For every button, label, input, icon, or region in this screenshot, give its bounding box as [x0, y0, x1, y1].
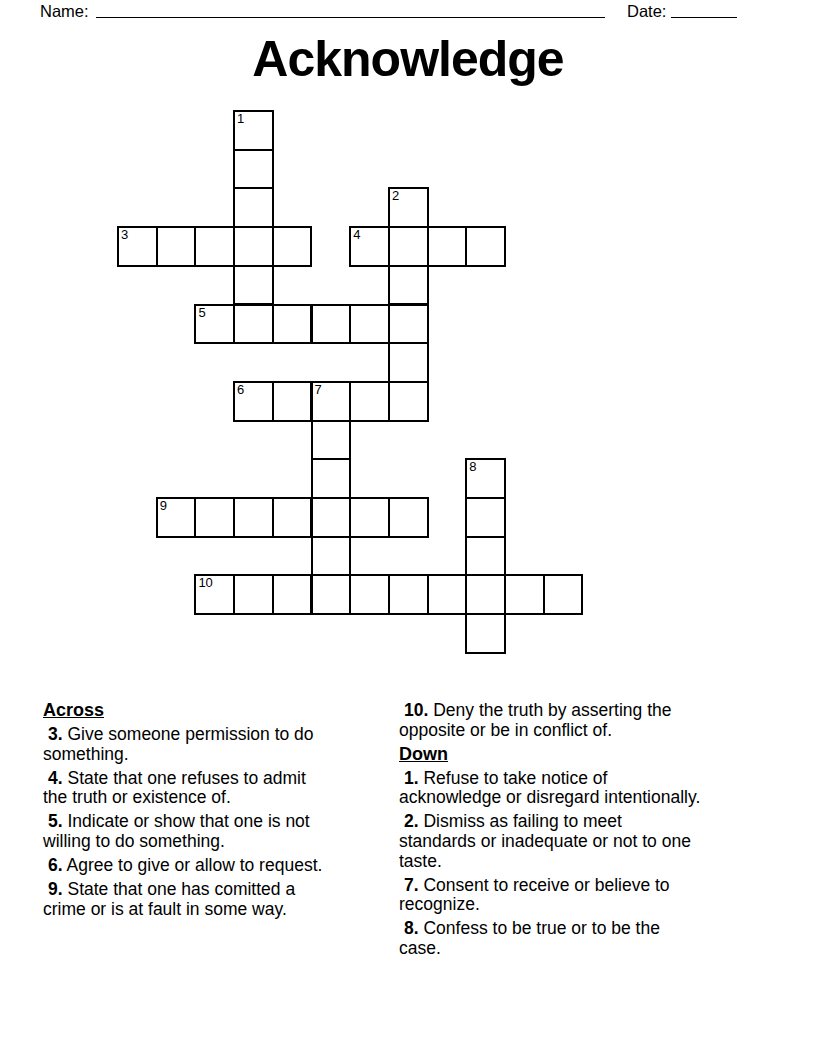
across-clue-4: 4. State that one refuses to admit the t…: [43, 769, 401, 808]
clue-number-10: 10: [198, 575, 212, 590]
down-clue-8-text: Confess to be true or to be the case.: [399, 918, 660, 958]
grid-cell-r3c8[interactable]: 2: [388, 187, 429, 228]
across-clue-5-text: Indicate or show that one is not willing…: [43, 811, 310, 851]
across-clue-10-number: 10.: [404, 700, 428, 720]
across-clue-4-text: State that one refuses to admit the trut…: [43, 768, 306, 808]
down-heading: Down: [399, 745, 799, 765]
clue-number-7: 7: [315, 382, 322, 397]
grid-cell-r4c9[interactable]: [427, 226, 468, 267]
across-clue-6-number: 6.: [48, 855, 63, 875]
grid-cell-r8c6[interactable]: 7: [311, 381, 352, 422]
grid-cell-r10c6[interactable]: [311, 458, 352, 499]
across-clue-3-number: 3.: [48, 724, 63, 744]
clues-right-column: 10. Deny the truth by asserting the oppo…: [399, 701, 799, 963]
across-clue-10-text: Deny the truth by asserting the opposite…: [399, 700, 672, 740]
clue-number-2: 2: [392, 188, 399, 203]
grid-cell-r6c6[interactable]: [311, 304, 352, 345]
grid-cell-r11c7[interactable]: [349, 497, 390, 538]
clues-left-column: Across 3. Give someone permission to do …: [43, 701, 401, 924]
across-clue-5: 5. Indicate or show that one is not will…: [43, 812, 401, 851]
grid-cell-r6c3[interactable]: 5: [194, 304, 235, 345]
grid-cell-r13c8[interactable]: [388, 574, 429, 615]
grid-cell-r7c8[interactable]: [388, 342, 429, 383]
clue-number-9: 9: [160, 498, 167, 513]
grid-cell-r6c5[interactable]: [272, 304, 313, 345]
grid-cell-r13c9[interactable]: [427, 574, 468, 615]
puzzle-title: Acknowledge: [0, 31, 816, 87]
grid-cell-r11c4[interactable]: [233, 497, 274, 538]
worksheet-page: { "game": "crossword", "title": "Acknowl…: [0, 0, 816, 1056]
grid-cell-r9c6[interactable]: [311, 420, 352, 461]
grid-cell-r4c2[interactable]: [156, 226, 197, 267]
across-clue-9-number: 9.: [48, 879, 63, 899]
across-clue-6: 6. Agree to give or allow to request.: [43, 856, 401, 876]
grid-cell-r11c6[interactable]: [311, 497, 352, 538]
grid-cell-r8c7[interactable]: [349, 381, 390, 422]
grid-cell-r8c4[interactable]: 6: [233, 381, 274, 422]
grid-cell-r8c8[interactable]: [388, 381, 429, 422]
grid-cell-r11c2[interactable]: 9: [156, 497, 197, 538]
grid-cell-r6c4[interactable]: [233, 304, 274, 345]
date-label: Date:: [627, 2, 666, 20]
grid-cell-r12c10[interactable]: [465, 536, 506, 577]
down-clue-7: 7. Consent to receive or believe to reco…: [399, 876, 799, 915]
across-heading: Across: [43, 701, 401, 721]
clue-number-8: 8: [469, 459, 476, 474]
grid-cell-r13c11[interactable]: [504, 574, 545, 615]
date-line[interactable]: [671, 1, 737, 18]
clue-number-5: 5: [198, 305, 205, 320]
grid-cell-r6c7[interactable]: [349, 304, 390, 345]
down-clue-8: 8. Confess to be true or to be the case.: [399, 919, 799, 958]
down-clue-2-number: 2.: [404, 811, 419, 831]
grid-cell-r5c8[interactable]: [388, 265, 429, 306]
grid-cell-r13c4[interactable]: [233, 574, 274, 615]
grid-cell-r13c6[interactable]: [311, 574, 352, 615]
across-clue-6-text: Agree to give or allow to request.: [67, 855, 323, 875]
grid-cell-r10c10[interactable]: 8: [465, 458, 506, 499]
grid-cell-r13c7[interactable]: [349, 574, 390, 615]
grid-cell-r13c5[interactable]: [272, 574, 313, 615]
grid-cell-r4c4[interactable]: [233, 226, 274, 267]
grid-cell-r5c4[interactable]: [233, 265, 274, 306]
name-label: Name:: [40, 2, 89, 20]
grid-cell-r4c10[interactable]: [465, 226, 506, 267]
grid-cell-r1c4[interactable]: 1: [233, 110, 274, 151]
grid-cell-r4c7[interactable]: 4: [349, 226, 390, 267]
grid-cell-r12c6[interactable]: [311, 536, 352, 577]
grid-cell-r13c3[interactable]: 10: [194, 574, 235, 615]
grid-cell-r8c5[interactable]: [272, 381, 313, 422]
clue-number-3: 3: [121, 227, 128, 242]
grid-cell-r13c12[interactable]: [543, 574, 584, 615]
down-clue-7-text: Consent to receive or believe to recogni…: [399, 875, 670, 915]
grid-cell-r11c3[interactable]: [194, 497, 235, 538]
down-clue-7-number: 7.: [404, 875, 419, 895]
grid-cell-r11c5[interactable]: [272, 497, 313, 538]
across-clue-4-number: 4.: [48, 768, 63, 788]
clue-number-1: 1: [237, 111, 244, 126]
down-clue-1: 1. Refuse to take notice of acknowledge …: [399, 769, 799, 808]
down-clue-1-number: 1.: [404, 768, 419, 788]
down-clue-2-text: Dismiss as failing to meet standards or …: [399, 811, 691, 870]
grid-cell-r13c10[interactable]: [465, 574, 506, 615]
grid-cell-r14c10[interactable]: [465, 613, 506, 654]
crossword-grid: 12345678910: [117, 110, 587, 658]
across-clue-5-number: 5.: [48, 811, 63, 831]
across-clue-9-text: State that one has comitted a crime or i…: [43, 879, 295, 919]
grid-cell-r4c3[interactable]: [194, 226, 235, 267]
grid-cell-r4c1[interactable]: 3: [117, 226, 158, 267]
name-line[interactable]: [96, 1, 605, 18]
clue-number-4: 4: [353, 227, 360, 242]
down-clue-1-text: Refuse to take notice of acknowledge or …: [399, 768, 700, 808]
across-clue-3-text: Give someone permission to do something.: [43, 724, 314, 764]
down-clue-8-number: 8.: [404, 918, 419, 938]
across-clue-10: 10. Deny the truth by asserting the oppo…: [399, 701, 799, 740]
across-clue-9: 9. State that one has comitted a crime o…: [43, 880, 401, 919]
grid-cell-r11c10[interactable]: [465, 497, 506, 538]
grid-cell-r11c8[interactable]: [388, 497, 429, 538]
grid-cell-r4c5[interactable]: [272, 226, 313, 267]
grid-cell-r4c8[interactable]: [388, 226, 429, 267]
clue-number-6: 6: [237, 382, 244, 397]
grid-cell-r2c4[interactable]: [233, 149, 274, 190]
across-clue-3: 3. Give someone permission to do somethi…: [43, 725, 401, 764]
grid-cell-r3c4[interactable]: [233, 187, 274, 228]
down-clue-2: 2. Dismiss as failing to meet standards …: [399, 812, 799, 871]
grid-cell-r6c8[interactable]: [388, 304, 429, 345]
